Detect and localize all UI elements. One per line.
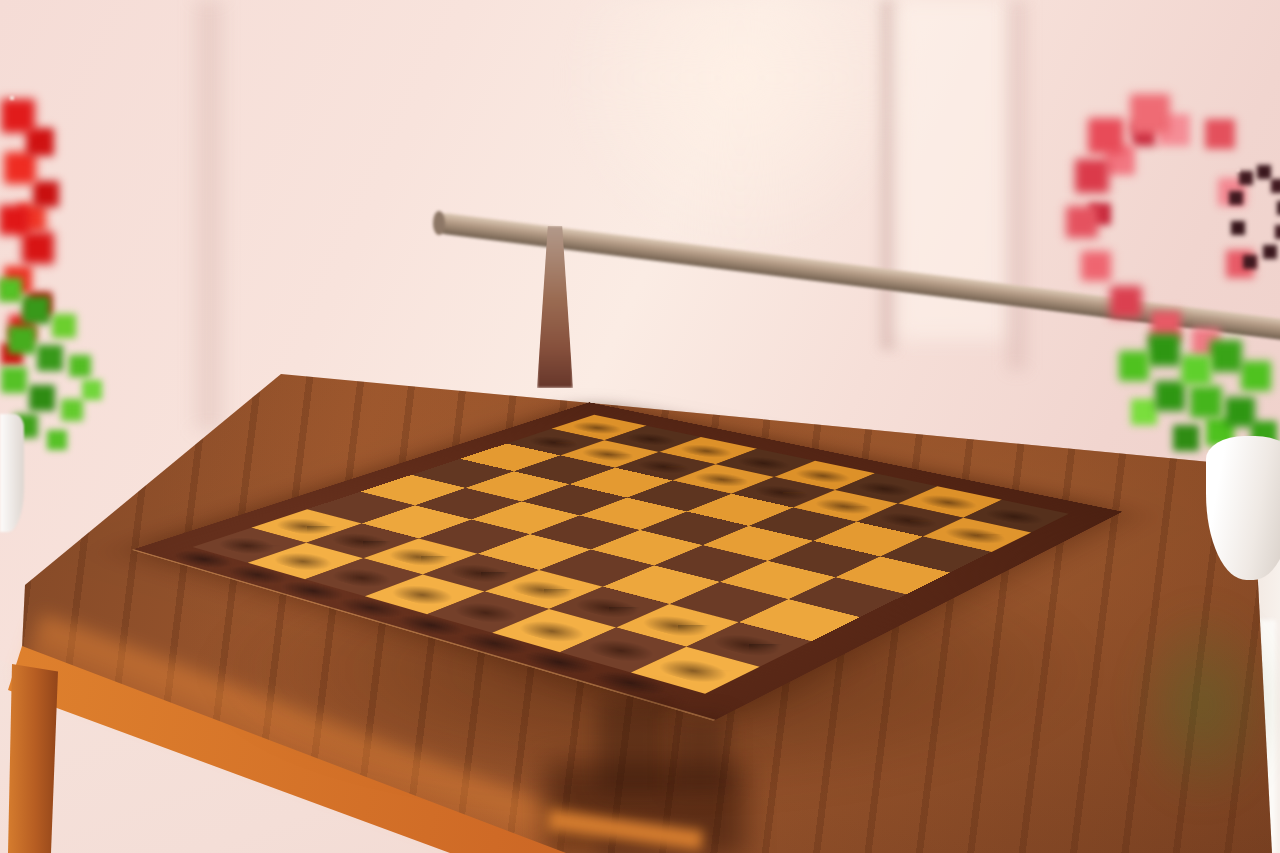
square-e2[interactable]: ♟ [732, 477, 835, 508]
pawn-glyph: ♟ [649, 417, 798, 486]
bishop-glyph: ♝ [636, 362, 780, 457]
pawn-glyph: ♟ [897, 468, 1058, 542]
square-f2[interactable]: ♟ [793, 490, 898, 522]
square-c1[interactable]: ♝ [659, 437, 757, 464]
rook-glyph: ♜ [530, 352, 669, 434]
square-c3[interactable] [569, 468, 672, 498]
rook-glyph: ♜ [601, 567, 790, 679]
square-d3[interactable] [627, 481, 731, 512]
pink-flower-wreath-right [1208, 102, 1212, 106]
piece-shadow [572, 444, 645, 463]
piece-reflection-on-table [598, 700, 668, 792]
square-e3[interactable] [687, 494, 793, 526]
piece-shadow [563, 419, 633, 437]
square-e1[interactable]: ♛ [774, 461, 875, 490]
green-leaves-left [0, 268, 4, 272]
dark-twig-ring-right [1236, 168, 1240, 172]
piece-shadow [671, 441, 744, 460]
square-h2[interactable]: ♟ [923, 518, 1031, 552]
square-c2[interactable]: ♟ [615, 452, 715, 481]
green-leaves-right [1108, 330, 1112, 334]
square-d1[interactable]: ♚ [716, 449, 815, 477]
king-glyph: ♚ [692, 348, 838, 469]
square-b2[interactable]: ♟ [560, 440, 659, 468]
piece-shadow [744, 482, 821, 503]
knight-glyph: ♞ [582, 355, 723, 446]
piece-shadow [786, 465, 862, 485]
square-d2[interactable]: ♟ [672, 464, 774, 494]
photo-scene: ♜♞♝♚♛♝♞♜♟♟♟♟♟♟♟♟♟♟♟♟♟♟♟♟♜♞♝♛♚♝♞♜ [0, 0, 1280, 853]
square-a2[interactable]: ♟ [507, 429, 605, 456]
piece-shadow [616, 430, 688, 448]
chessboard-grid: ♜♞♝♚♛♝♞♜♟♟♟♟♟♟♟♟♟♟♟♟♟♟♟♟♜♞♝♛♚♝♞♜ [193, 415, 1069, 694]
pawn-glyph: ♟ [592, 405, 739, 473]
piece-shadow [805, 495, 884, 517]
chessboard-panel: ♜♞♝♚♛♝♞♜♟♟♟♟♟♟♟♟♟♟♟♟♟♟♟♟♜♞♝♛♚♝♞♜ [134, 402, 1123, 720]
pawn-glyph: ♟ [538, 394, 682, 461]
square-b1[interactable]: ♞ [604, 426, 701, 452]
piece-reflection-on-table [672, 718, 728, 790]
white-pot-left [0, 414, 24, 532]
red-flowers-left [10, 96, 14, 100]
piece-shadow [685, 469, 761, 490]
piece-shadow [728, 453, 802, 473]
square-f3[interactable] [749, 508, 857, 541]
pawn-glyph: ♟ [707, 429, 859, 499]
square-a1[interactable]: ♜ [551, 415, 646, 441]
pawn-glyph: ♟ [485, 383, 627, 449]
square-h4[interactable] [836, 556, 950, 594]
piece-shadow [519, 433, 591, 452]
queen-glyph: ♛ [750, 364, 899, 482]
piece-shadow [628, 456, 702, 476]
